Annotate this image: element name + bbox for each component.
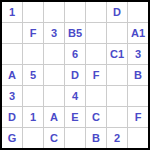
cell-r1c2[interactable] xyxy=(23,2,43,22)
cell-r1c3[interactable] xyxy=(44,2,64,22)
cell-r6c4: E xyxy=(65,107,85,127)
cell-r3c1[interactable] xyxy=(2,44,22,64)
cell-r7c1: G xyxy=(2,128,22,148)
cell-r1c4[interactable] xyxy=(65,2,85,22)
cell-r4c4: D xyxy=(65,65,85,85)
cell-r7c7[interactable] xyxy=(128,128,148,148)
cell-r6c5: C xyxy=(86,107,106,127)
cell-r1c7[interactable] xyxy=(128,2,148,22)
cell-r4c6[interactable] xyxy=(107,65,127,85)
cell-r4c7: B xyxy=(128,65,148,85)
cell-r7c6: 2 xyxy=(107,128,127,148)
cell-r3c7: 3 xyxy=(128,44,148,64)
cell-r2c1[interactable] xyxy=(2,23,22,43)
cell-r2c3: 3 xyxy=(44,23,64,43)
cell-r6c6[interactable] xyxy=(107,107,127,127)
cell-r1c6: D xyxy=(107,2,127,22)
cell-r4c3[interactable] xyxy=(44,65,64,85)
cell-r2c5[interactable] xyxy=(86,23,106,43)
puzzle-grid: 1DF3B5A16C13A5DFB34D1AECFGCB2 xyxy=(2,2,148,148)
cell-r4c1: A xyxy=(2,65,22,85)
cell-r5c5[interactable] xyxy=(86,86,106,106)
cell-r3c5[interactable] xyxy=(86,44,106,64)
cell-r3c4: 6 xyxy=(65,44,85,64)
cell-r4c2: 5 xyxy=(23,65,43,85)
cell-r3c2[interactable] xyxy=(23,44,43,64)
cell-r3c3[interactable] xyxy=(44,44,64,64)
cell-r2c4: B5 xyxy=(65,23,85,43)
cell-r6c7: F xyxy=(128,107,148,127)
cell-r2c7: A1 xyxy=(128,23,148,43)
cell-r6c3: A xyxy=(44,107,64,127)
cell-r7c3: C xyxy=(44,128,64,148)
cell-r5c7[interactable] xyxy=(128,86,148,106)
cell-r7c4[interactable] xyxy=(65,128,85,148)
cell-r6c1: D xyxy=(2,107,22,127)
cell-r5c6[interactable] xyxy=(107,86,127,106)
cell-r5c4: 4 xyxy=(65,86,85,106)
cell-r5c1: 3 xyxy=(2,86,22,106)
cell-r5c2[interactable] xyxy=(23,86,43,106)
cell-r4c5: F xyxy=(86,65,106,85)
cell-r1c5[interactable] xyxy=(86,2,106,22)
puzzle-board: 1DF3B5A16C13A5DFB34D1AECFGCB2 xyxy=(0,0,150,150)
cell-r1c1: 1 xyxy=(2,2,22,22)
cell-r3c6: C1 xyxy=(107,44,127,64)
cell-r2c6[interactable] xyxy=(107,23,127,43)
cell-r7c5: B xyxy=(86,128,106,148)
cell-r7c2[interactable] xyxy=(23,128,43,148)
cell-r5c3[interactable] xyxy=(44,86,64,106)
cell-r2c2: F xyxy=(23,23,43,43)
cell-r6c2: 1 xyxy=(23,107,43,127)
